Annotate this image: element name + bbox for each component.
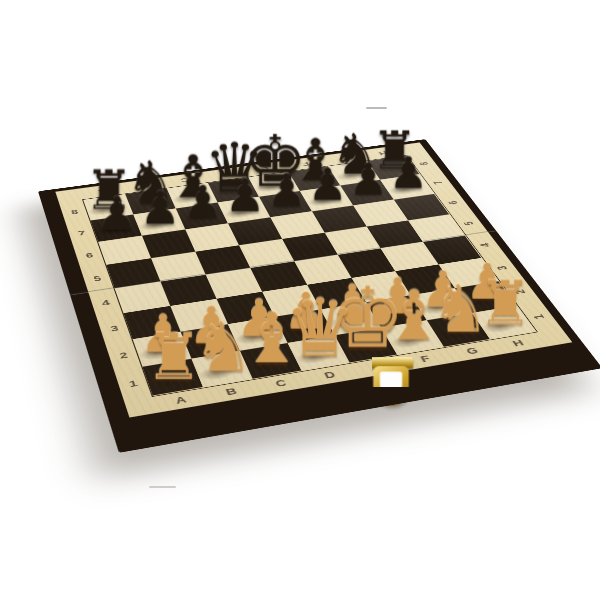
file-label-near-c: C [253, 371, 310, 396]
product-photo-scene: ABCDEFGH8♜♞♝♛♚♝♞♜87♟♟♟♟♟♟♟♟7665544332♟♟♟… [0, 0, 600, 600]
file-label-text: B [224, 386, 239, 397]
piece-black-pawn[interactable]: ♟ [140, 186, 181, 229]
rank-label-text: 1 [127, 378, 139, 389]
piece-black-pawn[interactable]: ♟ [266, 169, 306, 212]
file-label-text: C [273, 377, 288, 388]
rank-label-text: 4 [476, 242, 492, 248]
piece-white-rook[interactable]: ♜ [145, 327, 203, 388]
clasp-ring-hole [380, 372, 402, 395]
file-label-text: D [322, 369, 337, 380]
rank-label-text: 5 [460, 220, 476, 226]
piece-black-pawn[interactable]: ♟ [348, 158, 388, 200]
rank-label-text: 6 [445, 200, 461, 205]
rank-label-text: 7 [430, 180, 445, 185]
clasp-ring [373, 366, 409, 406]
rank-label-text: 6 [84, 251, 94, 259]
file-label-text: A [174, 394, 189, 406]
file-label-text: H [510, 338, 526, 348]
piece-black-pawn[interactable]: ♟ [225, 175, 265, 218]
rank-label-text: 2 [118, 350, 129, 360]
brass-clasp [372, 357, 410, 408]
piece-black-pawn[interactable]: ♟ [308, 163, 348, 205]
rank-label-text: 8 [70, 208, 80, 216]
chess-box: ABCDEFGH8♜♞♝♛♚♝♞♜87♟♟♟♟♟♟♟♟7665544332♟♟♟… [38, 139, 600, 453]
rank-label-text: 7 [77, 229, 87, 237]
rank-label-text: 3 [109, 323, 120, 333]
piece-black-pawn[interactable]: ♟ [182, 180, 223, 223]
piece-black-pawn[interactable]: ♟ [96, 192, 137, 236]
piece-black-pawn[interactable]: ♟ [389, 152, 428, 194]
chess-board: ABCDEFGH8♜♞♝♛♚♝♞♜87♟♟♟♟♟♟♟♟7665544332♟♟♟… [55, 142, 572, 417]
file-label-text: G [464, 345, 481, 356]
file-label-text: F [418, 353, 432, 363]
rank-label-text: 4 [100, 298, 111, 307]
photo-artifact-dash-bottom [149, 486, 176, 488]
rank-label-text: 5 [92, 274, 102, 283]
photo-artifact-dash-top [366, 107, 387, 109]
